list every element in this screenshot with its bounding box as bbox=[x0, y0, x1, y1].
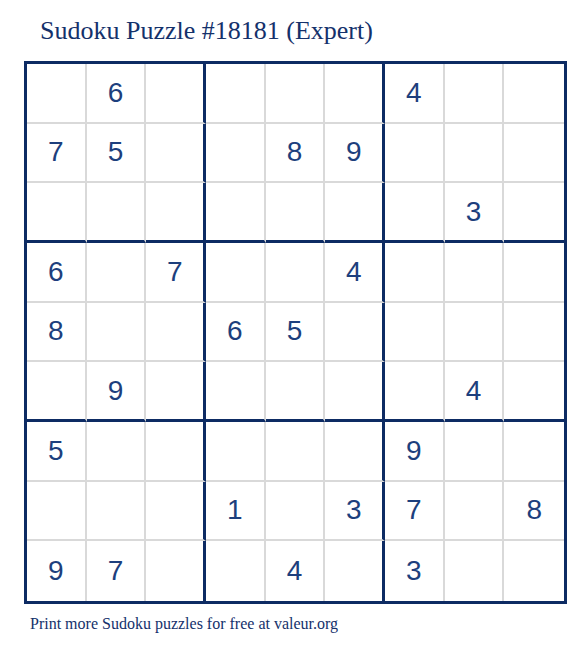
cell-r7c6 bbox=[325, 422, 385, 482]
cell-r7c5 bbox=[266, 422, 326, 482]
cell-r1c1 bbox=[27, 64, 87, 124]
cell-r4c9 bbox=[504, 243, 564, 303]
cell-r4c3: 7 bbox=[146, 243, 206, 303]
cell-r5c1: 8 bbox=[27, 303, 87, 363]
cell-r4c7 bbox=[385, 243, 445, 303]
cell-r9c8 bbox=[445, 541, 505, 601]
cell-r7c3 bbox=[146, 422, 206, 482]
cell-r6c7 bbox=[385, 362, 445, 422]
cell-r2c3 bbox=[146, 124, 206, 184]
cell-r8c4: 1 bbox=[206, 482, 266, 542]
sudoku-board: 6475893674865945913789743 bbox=[24, 61, 567, 604]
cell-r9c2: 7 bbox=[87, 541, 147, 601]
cell-r3c7 bbox=[385, 183, 445, 243]
cell-r5c2 bbox=[87, 303, 147, 363]
cell-r8c3 bbox=[146, 482, 206, 542]
cell-r3c4 bbox=[206, 183, 266, 243]
cell-r9c4 bbox=[206, 541, 266, 601]
cell-r2c6: 9 bbox=[325, 124, 385, 184]
cell-r7c2 bbox=[87, 422, 147, 482]
cell-r5c9 bbox=[504, 303, 564, 363]
cell-r7c8 bbox=[445, 422, 505, 482]
cell-r1c9 bbox=[504, 64, 564, 124]
cell-r4c1: 6 bbox=[27, 243, 87, 303]
cell-r3c6 bbox=[325, 183, 385, 243]
cell-r8c5 bbox=[266, 482, 326, 542]
cell-r6c6 bbox=[325, 362, 385, 422]
cell-r2c2: 5 bbox=[87, 124, 147, 184]
cell-r9c9 bbox=[504, 541, 564, 601]
cell-r6c8: 4 bbox=[445, 362, 505, 422]
cell-r1c5 bbox=[266, 64, 326, 124]
cell-r4c6: 4 bbox=[325, 243, 385, 303]
cell-r5c8 bbox=[445, 303, 505, 363]
cell-r6c3 bbox=[146, 362, 206, 422]
cell-r1c6 bbox=[325, 64, 385, 124]
cell-r7c4 bbox=[206, 422, 266, 482]
cell-r5c6 bbox=[325, 303, 385, 363]
page-title: Sudoku Puzzle #18181 (Expert) bbox=[40, 16, 373, 46]
cell-r3c5 bbox=[266, 183, 326, 243]
cell-r5c7 bbox=[385, 303, 445, 363]
cell-r7c9 bbox=[504, 422, 564, 482]
cell-r1c7: 4 bbox=[385, 64, 445, 124]
cell-r4c2 bbox=[87, 243, 147, 303]
cell-r3c1 bbox=[27, 183, 87, 243]
cell-r8c1 bbox=[27, 482, 87, 542]
cell-r8c7: 7 bbox=[385, 482, 445, 542]
cell-r4c4 bbox=[206, 243, 266, 303]
cell-r9c5: 4 bbox=[266, 541, 326, 601]
cell-r3c2 bbox=[87, 183, 147, 243]
cell-r1c3 bbox=[146, 64, 206, 124]
cell-r5c5: 5 bbox=[266, 303, 326, 363]
cell-r1c2: 6 bbox=[87, 64, 147, 124]
cell-r2c8 bbox=[445, 124, 505, 184]
cell-r2c1: 7 bbox=[27, 124, 87, 184]
cell-r8c2 bbox=[87, 482, 147, 542]
cell-r5c3 bbox=[146, 303, 206, 363]
cell-r7c1: 5 bbox=[27, 422, 87, 482]
cell-r9c6 bbox=[325, 541, 385, 601]
cell-r2c4 bbox=[206, 124, 266, 184]
cell-r9c7: 3 bbox=[385, 541, 445, 601]
cell-r5c4: 6 bbox=[206, 303, 266, 363]
cell-r4c5 bbox=[266, 243, 326, 303]
cell-r7c7: 9 bbox=[385, 422, 445, 482]
cell-r6c2: 9 bbox=[87, 362, 147, 422]
cell-r2c7 bbox=[385, 124, 445, 184]
cell-r9c1: 9 bbox=[27, 541, 87, 601]
cell-r2c5: 8 bbox=[266, 124, 326, 184]
cell-r4c8 bbox=[445, 243, 505, 303]
cell-r1c4 bbox=[206, 64, 266, 124]
cell-r2c9 bbox=[504, 124, 564, 184]
cell-r3c3 bbox=[146, 183, 206, 243]
cell-r9c3 bbox=[146, 541, 206, 601]
cell-r3c9 bbox=[504, 183, 564, 243]
cell-r1c8 bbox=[445, 64, 505, 124]
cell-r8c6: 3 bbox=[325, 482, 385, 542]
cell-r8c9: 8 bbox=[504, 482, 564, 542]
cell-r8c8 bbox=[445, 482, 505, 542]
footer-text: Print more Sudoku puzzles for free at va… bbox=[30, 615, 338, 633]
cell-r6c5 bbox=[266, 362, 326, 422]
cell-r6c1 bbox=[27, 362, 87, 422]
cell-r6c9 bbox=[504, 362, 564, 422]
cell-r3c8: 3 bbox=[445, 183, 505, 243]
cell-r6c4 bbox=[206, 362, 266, 422]
sudoku-page: Sudoku Puzzle #18181 (Expert) 6475893674… bbox=[0, 0, 580, 651]
